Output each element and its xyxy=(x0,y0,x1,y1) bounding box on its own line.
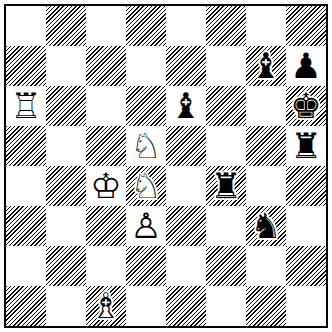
square-e2[interactable] xyxy=(166,246,206,286)
square-f1[interactable] xyxy=(206,286,246,326)
square-f8[interactable] xyxy=(206,6,246,46)
square-d5[interactable]: ♞♘ xyxy=(126,126,166,166)
chess-diagram: ♝♝♟♟♜♖♝♝♚♚♞♘♜♜♚♔♞♘♜♜♟♙♞♞♝♗ xyxy=(0,0,332,332)
square-a6[interactable]: ♜♖ xyxy=(6,86,46,126)
square-d7[interactable] xyxy=(126,46,166,86)
square-g1[interactable] xyxy=(246,286,286,326)
square-e6[interactable]: ♝♝ xyxy=(166,86,206,126)
square-f7[interactable] xyxy=(206,46,246,86)
square-h6[interactable]: ♚♚ xyxy=(286,86,326,126)
white-pawn-glyph: ♙ xyxy=(126,206,166,246)
square-e1[interactable] xyxy=(166,286,206,326)
square-c6[interactable] xyxy=(86,86,126,126)
chess-board: ♝♝♟♟♜♖♝♝♚♚♞♘♜♜♚♔♞♘♜♜♟♙♞♞♝♗ xyxy=(6,6,326,326)
square-d8[interactable] xyxy=(126,6,166,46)
white-rook: ♜♖ xyxy=(6,86,46,126)
square-a4[interactable] xyxy=(6,166,46,206)
square-g2[interactable] xyxy=(246,246,286,286)
square-b2[interactable] xyxy=(46,246,86,286)
square-d1[interactable] xyxy=(126,286,166,326)
black-king: ♚♚ xyxy=(286,86,326,126)
square-g4[interactable] xyxy=(246,166,286,206)
square-b3[interactable] xyxy=(46,206,86,246)
square-a5[interactable] xyxy=(6,126,46,166)
square-c2[interactable] xyxy=(86,246,126,286)
black-king-glyph: ♚ xyxy=(286,86,326,126)
black-knight-glyph: ♞ xyxy=(246,206,286,246)
square-g7[interactable]: ♝♝ xyxy=(246,46,286,86)
square-d6[interactable] xyxy=(126,86,166,126)
square-g6[interactable] xyxy=(246,86,286,126)
square-b8[interactable] xyxy=(46,6,86,46)
square-c3[interactable] xyxy=(86,206,126,246)
black-knight: ♞♞ xyxy=(246,206,286,246)
square-e3[interactable] xyxy=(166,206,206,246)
square-h1[interactable] xyxy=(286,286,326,326)
square-h5[interactable]: ♜♜ xyxy=(286,126,326,166)
square-a1[interactable] xyxy=(6,286,46,326)
black-bishop: ♝♝ xyxy=(246,46,286,86)
square-a3[interactable] xyxy=(6,206,46,246)
square-b7[interactable] xyxy=(46,46,86,86)
square-h3[interactable] xyxy=(286,206,326,246)
black-bishop: ♝♝ xyxy=(166,86,206,126)
square-f5[interactable] xyxy=(206,126,246,166)
black-rook: ♜♜ xyxy=(206,166,246,206)
square-d4[interactable]: ♞♘ xyxy=(126,166,166,206)
square-c7[interactable] xyxy=(86,46,126,86)
square-f3[interactable] xyxy=(206,206,246,246)
square-e5[interactable] xyxy=(166,126,206,166)
white-knight: ♞♘ xyxy=(126,126,166,166)
square-e7[interactable] xyxy=(166,46,206,86)
white-king: ♚♔ xyxy=(86,166,126,206)
square-h7[interactable]: ♟♟ xyxy=(286,46,326,86)
square-c1[interactable]: ♝♗ xyxy=(86,286,126,326)
square-g3[interactable]: ♞♞ xyxy=(246,206,286,246)
white-king-glyph: ♔ xyxy=(86,166,126,206)
square-a2[interactable] xyxy=(6,246,46,286)
square-g5[interactable] xyxy=(246,126,286,166)
board-frame: ♝♝♟♟♜♖♝♝♚♚♞♘♜♜♚♔♞♘♜♜♟♙♞♞♝♗ xyxy=(4,4,328,328)
white-rook-glyph: ♖ xyxy=(6,86,46,126)
white-pawn: ♟♙ xyxy=(126,206,166,246)
black-rook-glyph: ♜ xyxy=(206,166,246,206)
square-c4[interactable]: ♚♔ xyxy=(86,166,126,206)
square-e8[interactable] xyxy=(166,6,206,46)
square-h4[interactable] xyxy=(286,166,326,206)
square-g8[interactable] xyxy=(246,6,286,46)
square-d2[interactable] xyxy=(126,246,166,286)
black-pawn: ♟♟ xyxy=(286,46,326,86)
black-rook-glyph: ♜ xyxy=(286,126,326,166)
square-a7[interactable] xyxy=(6,46,46,86)
square-e4[interactable] xyxy=(166,166,206,206)
white-bishop-glyph: ♗ xyxy=(86,286,126,326)
square-c5[interactable] xyxy=(86,126,126,166)
square-b4[interactable] xyxy=(46,166,86,206)
white-knight-glyph: ♘ xyxy=(126,166,166,206)
square-h8[interactable] xyxy=(286,6,326,46)
white-knight-glyph: ♘ xyxy=(126,126,166,166)
white-bishop: ♝♗ xyxy=(86,286,126,326)
square-f2[interactable] xyxy=(206,246,246,286)
white-knight: ♞♘ xyxy=(126,166,166,206)
black-rook: ♜♜ xyxy=(286,126,326,166)
square-c8[interactable] xyxy=(86,6,126,46)
square-a8[interactable] xyxy=(6,6,46,46)
black-bishop-glyph: ♝ xyxy=(246,46,286,86)
black-pawn-glyph: ♟ xyxy=(286,46,326,86)
square-h2[interactable] xyxy=(286,246,326,286)
square-f6[interactable] xyxy=(206,86,246,126)
square-b5[interactable] xyxy=(46,126,86,166)
square-f4[interactable]: ♜♜ xyxy=(206,166,246,206)
square-b6[interactable] xyxy=(46,86,86,126)
square-b1[interactable] xyxy=(46,286,86,326)
black-bishop-glyph: ♝ xyxy=(166,86,206,126)
square-d3[interactable]: ♟♙ xyxy=(126,206,166,246)
